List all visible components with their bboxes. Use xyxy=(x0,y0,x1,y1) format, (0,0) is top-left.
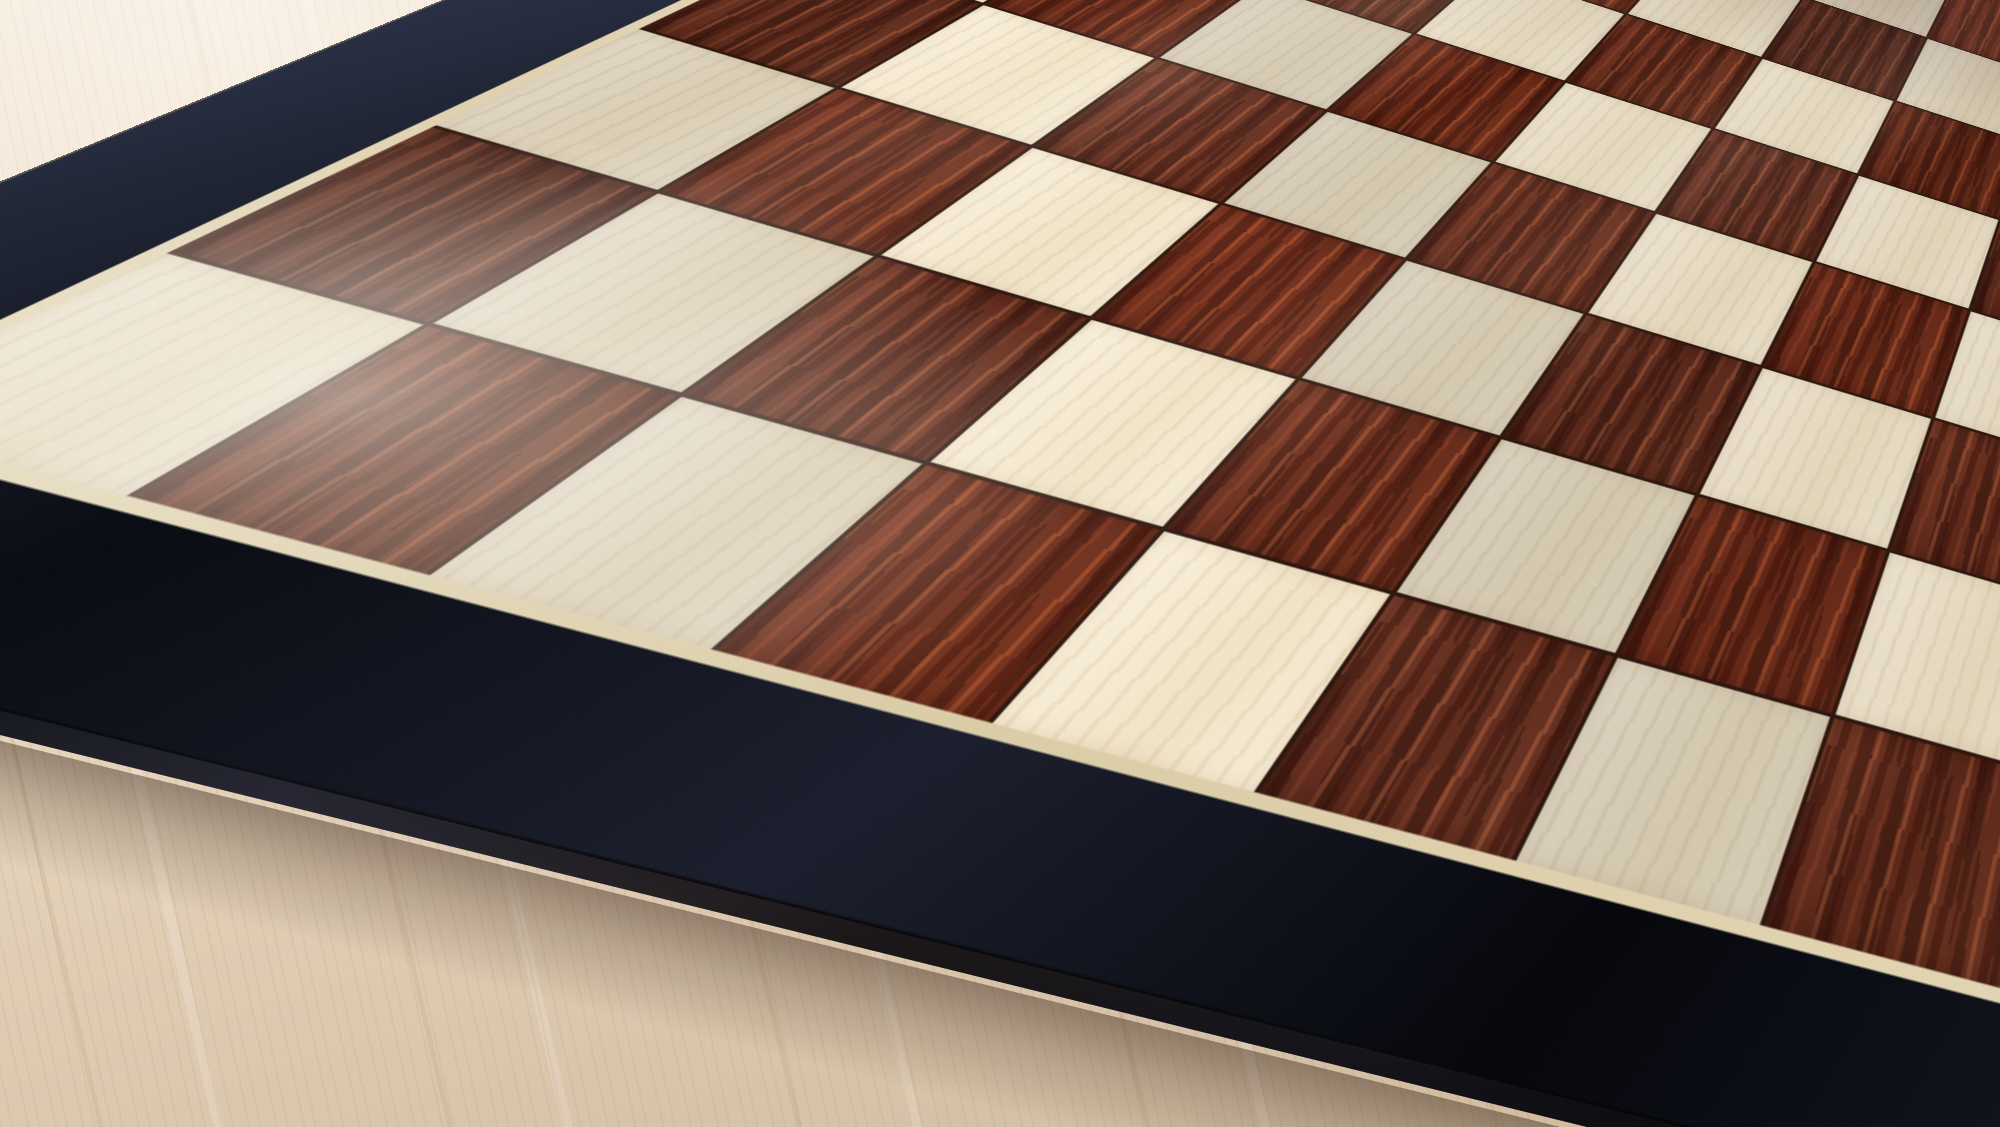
photo-scene xyxy=(0,0,2000,1127)
